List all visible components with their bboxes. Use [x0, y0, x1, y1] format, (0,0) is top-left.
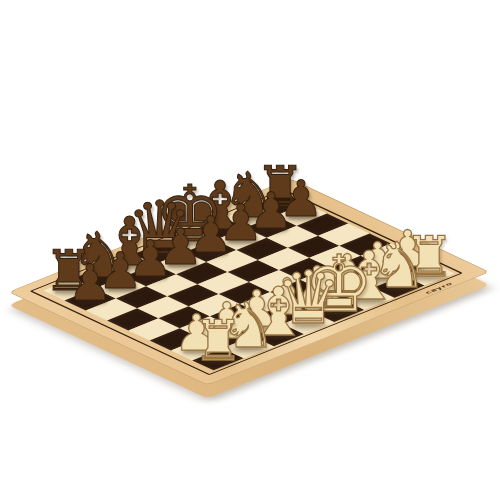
chess-set-photo: cayro ♜♟♞♟♝♟♚♟♛♟♟♝♜♟♟♞♞♟♟♜♝♟♟♚♟♛♟♝♟♞♟♜	[0, 0, 500, 500]
chess-board: cayro	[8, 179, 490, 386]
